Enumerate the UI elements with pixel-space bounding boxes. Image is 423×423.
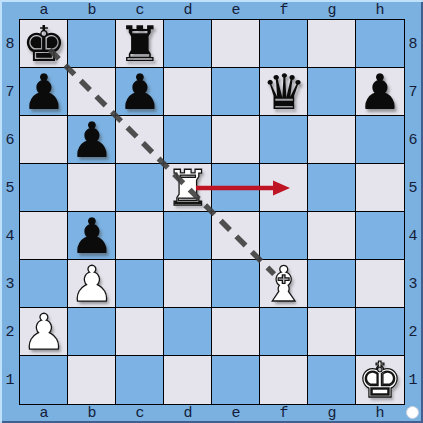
rank-label-3: 3: [1, 260, 19, 308]
piece-black-rook-c8[interactable]: ♜: [116, 20, 164, 68]
rank-labels-right: 87654321: [404, 20, 422, 404]
file-label-g: g: [308, 404, 356, 423]
chess-board: ♚♜♟♟♛♟♟♜♟♟♝♟♚: [19, 19, 405, 405]
rank-labels-left: 87654321: [1, 20, 19, 404]
piece-black-pawn-a7[interactable]: ♟: [20, 68, 68, 116]
white-to-move-indicator: [406, 406, 419, 419]
rank-label-8: 8: [1, 20, 19, 68]
piece-white-pawn-b3[interactable]: ♟: [68, 260, 116, 308]
file-labels-bottom: abcdefgh: [20, 404, 404, 423]
file-label-e: e: [212, 1, 260, 20]
rank-label-1: 1: [1, 356, 19, 404]
rank-label-8: 8: [404, 20, 422, 68]
file-label-d: d: [164, 1, 212, 20]
rank-label-2: 2: [404, 308, 422, 356]
piece-black-pawn-h7[interactable]: ♟: [356, 68, 404, 116]
file-label-g: g: [308, 1, 356, 20]
rank-label-6: 6: [404, 116, 422, 164]
file-labels-top: abcdefgh: [20, 1, 404, 20]
rank-label-5: 5: [1, 164, 19, 212]
rank-label-2: 2: [1, 308, 19, 356]
rank-label-7: 7: [404, 68, 422, 116]
piece-black-pawn-c7[interactable]: ♟: [116, 68, 164, 116]
file-label-a: a: [20, 404, 68, 423]
file-label-f: f: [260, 1, 308, 20]
pieces-layer: ♚♜♟♟♛♟♟♜♟♟♝♟♚: [20, 20, 404, 404]
file-label-d: d: [164, 404, 212, 423]
rank-label-4: 4: [404, 212, 422, 260]
rank-label-5: 5: [404, 164, 422, 212]
piece-white-pawn-a2[interactable]: ♟: [20, 308, 68, 356]
rank-label-7: 7: [1, 68, 19, 116]
file-label-b: b: [68, 1, 116, 20]
rank-label-4: 4: [1, 212, 19, 260]
chess-board-frame: abcdefgh abcdefgh 87654321 87654321 ♚♜♟♟…: [0, 0, 423, 423]
piece-black-queen-f7[interactable]: ♛: [260, 68, 308, 116]
file-label-b: b: [68, 404, 116, 423]
rank-label-1: 1: [404, 356, 422, 404]
rank-label-6: 6: [1, 116, 19, 164]
piece-white-bishop-f3[interactable]: ♝: [260, 260, 308, 308]
piece-white-rook-d5[interactable]: ♜: [164, 164, 212, 212]
file-label-e: e: [212, 404, 260, 423]
file-label-c: c: [116, 404, 164, 423]
file-label-h: h: [356, 1, 404, 20]
piece-black-pawn-b6[interactable]: ♟: [68, 116, 116, 164]
piece-black-king-a8[interactable]: ♚: [20, 20, 68, 68]
file-label-f: f: [260, 404, 308, 423]
piece-black-pawn-b4[interactable]: ♟: [68, 212, 116, 260]
piece-white-king-h1[interactable]: ♚: [356, 356, 404, 404]
rank-label-3: 3: [404, 260, 422, 308]
